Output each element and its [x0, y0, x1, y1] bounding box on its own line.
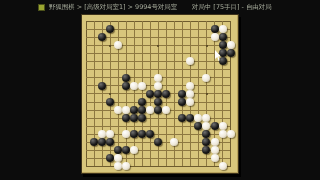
stone-black — [178, 114, 186, 122]
stone-black — [186, 114, 194, 122]
stone-white — [106, 130, 114, 138]
stone-black — [202, 138, 210, 146]
stone-white — [162, 106, 170, 114]
stone-white — [186, 57, 194, 65]
star-point — [206, 45, 208, 47]
stone-black — [146, 90, 154, 98]
stone-black — [154, 106, 162, 114]
stone-black — [106, 138, 114, 146]
stone-white — [211, 138, 219, 146]
stone-white — [122, 106, 130, 114]
game-status-label: 对局中 [75手目] - 自由对局 — [192, 2, 272, 11]
stone-white — [130, 146, 138, 154]
stone-white — [138, 82, 146, 90]
stone-white — [114, 41, 122, 49]
stone-black — [219, 41, 227, 49]
stone-black — [138, 130, 146, 138]
titlebar: 野狐围棋 > [高级对局室1] > 9994号对局室 对局中 [75手目] - … — [38, 1, 279, 13]
stone-white — [202, 74, 210, 82]
stone-black — [211, 25, 219, 33]
stone-black — [122, 74, 130, 82]
stone-black — [154, 90, 162, 98]
stone-black — [202, 130, 210, 138]
app-window: 野狐围棋 > [高级对局室1] > 9994号对局室 对局中 [75手目] - … — [0, 0, 320, 180]
stone-white — [194, 114, 202, 122]
stone-white — [170, 138, 178, 146]
stone-white — [219, 130, 227, 138]
stone-black — [98, 33, 106, 41]
stone-white — [202, 122, 210, 130]
stone-white — [186, 98, 194, 106]
stone-white — [146, 106, 154, 114]
stone-white — [114, 154, 122, 162]
stone-black — [130, 114, 138, 122]
stone-black — [138, 106, 146, 114]
stone-white — [114, 106, 122, 114]
room-icon — [38, 4, 45, 11]
stone-black — [98, 82, 106, 90]
stone-black — [178, 90, 186, 98]
grid-line-vertical — [198, 21, 199, 167]
stone-black — [154, 138, 162, 146]
stone-black — [122, 146, 130, 154]
stone-black — [211, 122, 219, 130]
stone-white — [114, 162, 122, 170]
stone-black — [154, 98, 162, 106]
stone-white — [130, 82, 138, 90]
stone-black — [98, 138, 106, 146]
stone-white — [219, 122, 227, 130]
stone-white — [154, 82, 162, 90]
stone-black — [146, 130, 154, 138]
stone-black — [219, 33, 227, 41]
grid-line-horizontal — [86, 166, 232, 167]
stone-black — [106, 154, 114, 162]
stone-white — [227, 130, 235, 138]
star-point — [206, 93, 208, 95]
stone-black — [138, 114, 146, 122]
star-point — [109, 93, 111, 95]
stone-black — [106, 25, 114, 33]
stone-black — [138, 98, 146, 106]
stone-white — [202, 114, 210, 122]
stone-black — [130, 106, 138, 114]
stone-white — [186, 90, 194, 98]
stone-black — [194, 122, 202, 130]
stone-black — [130, 130, 138, 138]
stone-black — [178, 98, 186, 106]
breadcrumb: 野狐围棋 > [高级对局室1] > 9994号对局室 — [49, 2, 177, 11]
stone-white — [219, 162, 227, 170]
stone-white — [98, 130, 106, 138]
stone-black — [219, 57, 227, 65]
stone-white — [211, 33, 219, 41]
stone-black — [106, 98, 114, 106]
stone-white — [219, 25, 227, 33]
stone-black — [162, 90, 170, 98]
stone-black — [90, 138, 98, 146]
stone-black — [122, 114, 130, 122]
stone-white — [211, 154, 219, 162]
stone-black — [227, 49, 235, 57]
stone-white — [186, 82, 194, 90]
stone-white — [154, 74, 162, 82]
stone-black — [114, 146, 122, 154]
stone-white — [211, 146, 219, 154]
stone-white — [122, 130, 130, 138]
star-point — [109, 45, 111, 47]
stone-black — [202, 146, 210, 154]
stone-white — [122, 162, 130, 170]
go-board[interactable] — [81, 14, 239, 174]
stone-white — [227, 41, 235, 49]
stone-black — [122, 82, 130, 90]
